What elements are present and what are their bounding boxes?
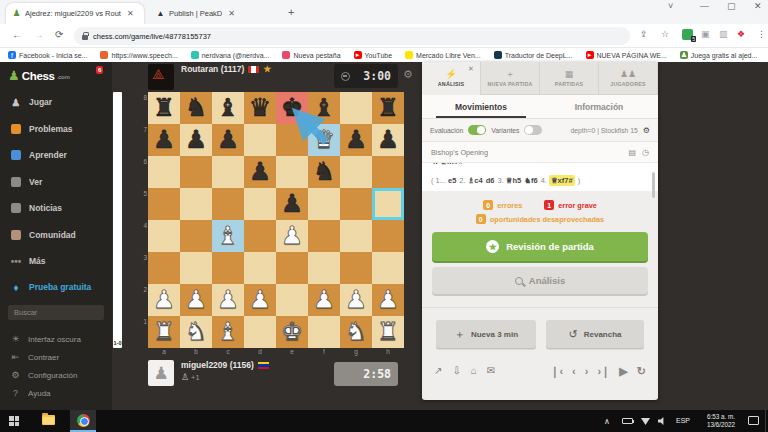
- bookmark-item[interactable]: https://www.speech...: [100, 51, 177, 59]
- close-tab-icon[interactable]: ✕: [127, 9, 134, 18]
- close-panel-icon[interactable]: ✕: [468, 65, 474, 73]
- square-e8[interactable]: ♚: [276, 92, 308, 124]
- square-a4[interactable]: [148, 220, 180, 252]
- square-c6[interactable]: [212, 156, 244, 188]
- square-c4[interactable]: ♝: [212, 220, 244, 252]
- bookmark-favicon: [100, 51, 108, 59]
- diamond-icon: ♦: [10, 281, 22, 293]
- black-pawn[interactable]: ♟: [249, 157, 271, 187]
- white-pawn[interactable]: ♟: [185, 285, 207, 315]
- square-h2[interactable]: ♟: [372, 284, 404, 316]
- square-g4[interactable]: [340, 220, 372, 252]
- stats-row: 0oportunidades desaprovechadas: [422, 214, 658, 224]
- opening-name-row[interactable]: Bishop's Opening ▤ ◷: [422, 142, 658, 163]
- tray-expand-icon[interactable]: ∧: [604, 410, 610, 432]
- wifi-icon[interactable]: [641, 418, 650, 425]
- white-pawn[interactable]: ♟: [313, 285, 335, 315]
- battery-icon[interactable]: [622, 418, 633, 424]
- move[interactable]: ♗c4: [468, 176, 483, 185]
- square-a8[interactable]: ♜: [148, 92, 180, 124]
- sidebar-item-noticias[interactable]: Noticias: [10, 202, 62, 214]
- square-b1[interactable]: ♞: [180, 316, 212, 348]
- black-pawn[interactable]: ♟: [185, 125, 207, 155]
- new-tab-button[interactable]: +: [288, 6, 294, 18]
- news-icon: [10, 202, 22, 214]
- sidebar-item-interfaz-oscura[interactable]: ☀Interfaz oscura: [10, 334, 81, 344]
- sidebar-item-problemas[interactable]: Problemas: [10, 123, 72, 135]
- bookmark-favicon: ▸: [354, 51, 362, 59]
- file-explorer-icon[interactable]: [42, 415, 55, 425]
- white-bishop[interactable]: ♝: [217, 221, 239, 251]
- rank-labels: 87654321: [139, 92, 147, 348]
- rank-label: 5: [139, 188, 147, 220]
- black-rook[interactable]: ♜: [153, 93, 175, 123]
- community-icon: [10, 229, 22, 241]
- square-g5[interactable]: [340, 188, 372, 220]
- hive-extension-icon[interactable]: ❖: [737, 29, 745, 39]
- square-e6[interactable]: [276, 156, 308, 188]
- white-bishop[interactable]: ♝: [217, 317, 239, 347]
- game-result: 1-0: [113, 340, 122, 346]
- chat-icon[interactable]: ✉: [487, 365, 495, 376]
- square-b3[interactable]: [180, 252, 212, 284]
- history-icon[interactable]: ◷: [642, 148, 649, 157]
- square-f3[interactable]: [308, 252, 340, 284]
- game-review-button[interactable]: ★ Revisión de partida: [432, 232, 648, 261]
- chesscom-sidebar: ♟ Chess .com 6 ♟JugarProblemasAprenderVe…: [0, 62, 112, 410]
- tab-icon: ▦: [565, 70, 574, 79]
- white-rook[interactable]: ♜: [153, 317, 175, 347]
- square-d7[interactable]: [244, 124, 276, 156]
- black-pawn[interactable]: ♟: [377, 125, 399, 155]
- square-e4[interactable]: ♟: [276, 220, 308, 252]
- file-label: h: [372, 348, 404, 357]
- new-game-button[interactable]: ＋ Nueva 3 min: [436, 320, 536, 348]
- bookmark-item[interactable]: nerdvana (@nerdva...: [191, 51, 270, 59]
- forward-icon[interactable]: →: [34, 29, 44, 40]
- tab-title: Ajedrez: miguel2209 vs Routaran: [25, 9, 121, 18]
- panel-tab-jugadores[interactable]: ♟♟JUGADORES: [599, 62, 658, 95]
- prev-move-icon[interactable]: ‹: [572, 365, 576, 378]
- canada-flag-icon: [248, 66, 259, 73]
- square-c3[interactable]: [212, 252, 244, 284]
- square-d6[interactable]: ♟: [244, 156, 276, 188]
- book-icon[interactable]: ▤: [628, 148, 636, 157]
- black-pawn[interactable]: ♟: [281, 189, 303, 219]
- square-f7[interactable]: ♛: [308, 124, 340, 156]
- white-rook[interactable]: ♜: [377, 317, 399, 347]
- last-move-icon[interactable]: ›❘: [597, 365, 610, 378]
- square-e7[interactable]: [276, 124, 308, 156]
- white-knight[interactable]: ♞: [185, 317, 207, 347]
- black-bishop[interactable]: ♝: [217, 93, 239, 123]
- white-pawn[interactable]: ♟: [249, 285, 271, 315]
- bookmark-favicon: ♟: [680, 51, 688, 59]
- star-icon: ★: [263, 64, 271, 74]
- square-e5[interactable]: ♟: [276, 188, 308, 220]
- black-knight[interactable]: ♞: [185, 93, 207, 123]
- evaluation-toggle[interactable]: [468, 125, 486, 135]
- white-pawn[interactable]: ♟: [217, 285, 239, 315]
- black-pawn[interactable]: ♟: [217, 125, 239, 155]
- browser-address-bar: ← → ⟳ chess.com/game/live/48778155737 ⇪ …: [0, 24, 768, 48]
- review-star-icon: ★: [486, 240, 499, 253]
- loop-icon[interactable]: ↻: [637, 365, 646, 378]
- avatar[interactable]: [148, 64, 174, 90]
- square-h6[interactable]: [372, 156, 404, 188]
- stats-row: 0errores1error grave: [422, 200, 658, 210]
- subtab-información[interactable]: Información: [540, 95, 658, 118]
- download-icon[interactable]: ⇩: [452, 365, 460, 376]
- panel-tabs: ⚡ANÁLISIS✕＋NUEVA PARTIDA▦PARTIDAS♟♟JUGAD…: [422, 62, 658, 95]
- board-settings-gear-icon[interactable]: ⚙: [403, 68, 413, 81]
- share-page-icon[interactable]: ⇪: [640, 29, 648, 39]
- stat-count-badge: 0: [483, 200, 493, 210]
- square-h7[interactable]: ♟: [372, 124, 404, 156]
- footer-icon: ?: [10, 388, 21, 398]
- bookmark-star-icon[interactable]: ☆: [661, 29, 669, 39]
- move-number[interactable]: ): [578, 176, 581, 185]
- file-label: g: [340, 348, 372, 357]
- rank-label: 7: [139, 124, 147, 156]
- sidebar-item-trial[interactable]: ♦Prueba gratuita: [10, 281, 91, 293]
- square-f5[interactable]: [308, 188, 340, 220]
- square-g2[interactable]: ♟: [340, 284, 372, 316]
- captured-material: ♙ +1: [181, 372, 269, 382]
- move-number[interactable]: 2.: [459, 176, 465, 185]
- square-c5[interactable]: [212, 188, 244, 220]
- engine-toggle-row: Evaluación Variantes depth=0 | Stockfish…: [422, 119, 658, 142]
- profile-chevron-icon[interactable]: ˅: [668, 1, 673, 11]
- square-f1[interactable]: [308, 316, 340, 348]
- square-b5[interactable]: [180, 188, 212, 220]
- bookmark-favicon: [282, 51, 290, 59]
- sidebar-item-ver[interactable]: Ver: [10, 176, 42, 188]
- bookmark-favicon: [494, 51, 502, 59]
- square-b8[interactable]: ♞: [180, 92, 212, 124]
- bottom-player-row: ♟ miguel2209 (1156) ♙ +1: [148, 360, 269, 386]
- move-navigation: ❘‹‹››❘▶↻: [550, 365, 646, 378]
- square-d1[interactable]: [244, 316, 276, 348]
- logo-pawn-icon: ♟: [8, 68, 20, 83]
- tab-title: Publish | PeakD: [169, 9, 222, 18]
- bookmark-favicon: f: [8, 51, 16, 59]
- browser-tab-bar: ♟ Ajedrez: miguel2209 vs Routaran ✕ ▲ Pu…: [0, 0, 768, 24]
- white-pawn[interactable]: ♟: [153, 285, 175, 315]
- square-g7[interactable]: ♟: [340, 124, 372, 156]
- chess-favicon: ♟: [12, 9, 21, 18]
- rematch-button[interactable]: ↺ Revancha: [546, 320, 644, 348]
- square-a1[interactable]: ♜: [148, 316, 180, 348]
- square-a7[interactable]: ♟: [148, 124, 180, 156]
- sidebar-item-comunidad[interactable]: Comunidad: [10, 229, 76, 241]
- opponent-clock: 3:00: [334, 64, 398, 88]
- minimize-button[interactable]: —: [700, 1, 709, 11]
- square-f4[interactable]: [308, 220, 340, 252]
- file-labels: abcdefgh: [148, 348, 404, 357]
- square-a6[interactable]: [148, 156, 180, 188]
- opening-name: Bishop's Opening: [431, 148, 488, 157]
- bookmark-favicon: [405, 51, 413, 59]
- black-queen[interactable]: ♛: [249, 93, 271, 123]
- black-king[interactable]: ♚: [281, 93, 303, 123]
- evaluation-label: Evaluación: [430, 127, 463, 134]
- tab-icon: ♟♟: [620, 70, 636, 79]
- browser-menu-icon[interactable]: ⋮: [757, 29, 766, 39]
- autoplay-icon[interactable]: ▶: [619, 365, 627, 378]
- move[interactable]: d6: [486, 176, 495, 185]
- close-window-button[interactable]: ✕: [754, 1, 762, 11]
- square-h4[interactable]: [372, 220, 404, 252]
- square-c1[interactable]: ♝: [212, 316, 244, 348]
- puzzle-icon: [10, 123, 22, 135]
- square-a5[interactable]: [148, 188, 180, 220]
- square-g3[interactable]: [340, 252, 372, 284]
- square-d8[interactable]: ♛: [244, 92, 276, 124]
- file-label: f: [308, 348, 340, 357]
- sidepanel-icon[interactable]: ▥: [719, 29, 728, 39]
- evaluation-bar: 1-0: [113, 92, 122, 348]
- start-button[interactable]: [9, 416, 19, 426]
- tab-icon: ＋: [506, 70, 515, 79]
- square-a3[interactable]: [148, 252, 180, 284]
- rank-label: 8: [139, 92, 147, 124]
- square-d2[interactable]: ♟: [244, 284, 276, 316]
- bookmarks-bar: fFacebook - Inicia se...https://www.spee…: [0, 48, 768, 62]
- url-bar[interactable]: chess.com/game/live/48778155737: [74, 27, 630, 45]
- club-icon[interactable]: ⌂: [471, 365, 477, 376]
- square-a2[interactable]: ♟: [148, 284, 180, 316]
- file-label: b: [180, 348, 212, 357]
- bookmark-favicon: [191, 51, 199, 59]
- stat-oportunidades-desaprovechadas: 0oportunidades desaprovechadas: [476, 214, 604, 224]
- black-bishop[interactable]: ♝: [313, 93, 335, 123]
- sidebar-item-aprender[interactable]: Aprender: [10, 149, 67, 161]
- plus-icon: ＋: [454, 327, 465, 342]
- square-b2[interactable]: ♟: [180, 284, 212, 316]
- timer-icon: [341, 72, 350, 81]
- square-h1[interactable]: ♜: [372, 316, 404, 348]
- system-clock[interactable]: 6:53 a. m. 13/6/2022: [700, 413, 742, 429]
- square-g8[interactable]: [340, 92, 372, 124]
- tab-chess-game[interactable]: ♟ Ajedrez: miguel2209 vs Routaran ✕: [6, 3, 144, 24]
- white-pawn[interactable]: ♟: [281, 221, 303, 251]
- rank-label: 2: [139, 284, 147, 316]
- avatar[interactable]: ♟: [148, 360, 174, 386]
- square-d4[interactable]: [244, 220, 276, 252]
- rank-label: 6: [139, 156, 147, 188]
- rank-label: 1: [139, 316, 147, 348]
- peakd-favicon: ▲: [156, 9, 165, 18]
- windows-taskbar: ∧ ESP 6:53 a. m. 13/6/2022: [0, 410, 768, 432]
- magnifier-icon: [515, 277, 523, 285]
- top-player-row: Routaran (1117) ★: [148, 64, 271, 90]
- player-name[interactable]: miguel2209 (1156): [181, 360, 269, 370]
- panel-tab-análisis[interactable]: ⚡ANÁLISIS✕: [422, 62, 481, 95]
- move[interactable]: ♕xf7#: [549, 175, 575, 186]
- square-g1[interactable]: ♞: [340, 316, 372, 348]
- rematch-icon: ↺: [568, 328, 577, 341]
- search-input[interactable]: Buscar: [8, 305, 104, 320]
- sidebar-item-configuración[interactable]: ⚙Configuración: [10, 370, 77, 380]
- bookmark-favicon: ▸: [586, 51, 594, 59]
- stat-count-badge: 0: [476, 214, 486, 224]
- reload-icon[interactable]: ⟳: [55, 29, 63, 40]
- player-clock: 2:58: [334, 362, 398, 386]
- more-icon: •••: [10, 255, 22, 267]
- panel-tab-partidas[interactable]: ▦PARTIDAS: [540, 62, 599, 95]
- venezuela-flag-icon: [258, 362, 269, 369]
- square-e2[interactable]: [276, 284, 308, 316]
- square-f6[interactable]: ♞: [308, 156, 340, 188]
- stat-error-grave: 1error grave: [544, 200, 597, 210]
- square-d5[interactable]: [244, 188, 276, 220]
- engine-depth-text: depth=0 | Stockfish 15: [571, 127, 638, 134]
- clipped-move-row: 4. ♕xf7#: [422, 163, 658, 170]
- language-indicator[interactable]: ESP: [676, 417, 690, 424]
- white-pawn[interactable]: ♟: [345, 285, 367, 315]
- chrome-taskbar-icon[interactable]: [70, 410, 96, 432]
- analysis-panel: ⚡ANÁLISIS✕＋NUEVA PARTIDA▦PARTIDAS♟♟JUGAD…: [422, 62, 658, 400]
- move-number[interactable]: 3.: [497, 176, 503, 185]
- sidebar-item-más[interactable]: •••Más: [10, 255, 46, 267]
- bookmark-item[interactable]: ▸YouTube: [354, 51, 393, 59]
- bookmark-item[interactable]: ▸NUEVA PÁGINA WE...: [586, 51, 667, 59]
- square-e1[interactable]: ♚: [276, 316, 308, 348]
- scrollbar[interactable]: [652, 172, 655, 198]
- chess-board[interactable]: ♜♞♝♛♚♝♜♟♟♟♛♟♟♟♞♟♝♟♟♟♟♟♟♟♟♜♞♝♚♞♜: [148, 92, 404, 348]
- white-queen[interactable]: ♛: [313, 125, 335, 155]
- file-label: c: [212, 348, 244, 357]
- file-label: e: [276, 348, 308, 357]
- square-g6[interactable]: [340, 156, 372, 188]
- watch-icon: [10, 176, 22, 188]
- subtab-movimientos[interactable]: Movimientos: [422, 95, 540, 118]
- square-b6[interactable]: [180, 156, 212, 188]
- file-label: a: [148, 348, 180, 357]
- speaker-icon[interactable]: [658, 417, 667, 425]
- first-move-icon[interactable]: ❘‹: [550, 365, 563, 378]
- back-icon[interactable]: ←: [12, 29, 22, 40]
- rank-label: 3: [139, 252, 147, 284]
- sidebar-item-jugar[interactable]: ♟Jugar: [10, 96, 52, 108]
- notification-badge: 6: [96, 66, 103, 74]
- white-knight[interactable]: ♞: [345, 317, 367, 347]
- sidebar-item-contraer[interactable]: ⇤Contraer: [10, 352, 59, 362]
- pawn-icon: ♟: [10, 96, 22, 108]
- footer-icon: ⚙: [10, 370, 21, 380]
- bookmark-item[interactable]: ♟Juega gratis al ajed...: [680, 51, 758, 59]
- move-number[interactable]: ( 1...: [431, 176, 446, 185]
- square-f2[interactable]: ♟: [308, 284, 340, 316]
- white-king[interactable]: ♚: [281, 317, 303, 347]
- move[interactable]: e5: [448, 176, 456, 185]
- black-pawn[interactable]: ♟: [153, 125, 175, 155]
- tab-icon: ⚡: [445, 70, 456, 79]
- footer-icon: ☀: [10, 334, 21, 344]
- square-c8[interactable]: ♝: [212, 92, 244, 124]
- url-text: chess.com/game/live/48778155737: [93, 32, 211, 41]
- adblock-extension-icon[interactable]: 5: [682, 29, 693, 40]
- panel-tab-nueva-partida[interactable]: ＋NUEVA PARTIDA: [481, 62, 540, 95]
- chesscom-logo[interactable]: ♟ Chess .com: [8, 68, 70, 83]
- square-f8[interactable]: ♝: [308, 92, 340, 124]
- screen: ♟ Ajedrez: miguel2209 vs Routaran ✕ ▲ Pu…: [0, 0, 768, 432]
- notification-center-icon[interactable]: [748, 416, 759, 425]
- square-h5[interactable]: [372, 188, 404, 220]
- move-number[interactable]: 4.: [541, 176, 547, 185]
- stat-count-badge: 1: [544, 200, 554, 210]
- player-name[interactable]: Routaran (1117) ★: [181, 64, 271, 74]
- black-knight[interactable]: ♞: [313, 157, 335, 187]
- bookmark-item[interactable]: Nueva pestaña: [282, 51, 340, 59]
- square-b7[interactable]: ♟: [180, 124, 212, 156]
- square-h8[interactable]: ♜: [372, 92, 404, 124]
- black-pawn[interactable]: ♟: [345, 125, 367, 155]
- footer-icon: ⇤: [10, 352, 21, 362]
- file-label: d: [244, 348, 276, 357]
- move[interactable]: ♕h5: [506, 176, 521, 185]
- engine-settings-gear-icon[interactable]: ⚙: [643, 126, 650, 135]
- square-e3[interactable]: [276, 252, 308, 284]
- next-move-icon[interactable]: ›: [585, 365, 589, 378]
- tab-peakd[interactable]: ▲ Publish | PeakD ✕: [150, 3, 280, 24]
- square-h3[interactable]: [372, 252, 404, 284]
- bookmark-item[interactable]: fFacebook - Inicia se...: [8, 51, 87, 59]
- bookmark-item[interactable]: Mercado Libre Ven...: [405, 51, 481, 59]
- sidebar-item-ayuda[interactable]: ?Ayuda: [10, 388, 51, 398]
- close-tab-icon[interactable]: ✕: [228, 9, 235, 18]
- captured-pawn-icon: ♙: [181, 372, 189, 382]
- share-icon[interactable]: ↗: [434, 365, 442, 376]
- lock-icon: [82, 35, 88, 40]
- square-c7[interactable]: ♟: [212, 124, 244, 156]
- extensions-puzzle-icon[interactable]: ▣: [701, 29, 710, 39]
- variants-toggle[interactable]: [524, 125, 542, 135]
- panel-subtabs: MovimientosInformación: [422, 95, 658, 119]
- opening-icons: ▤ ◷: [628, 148, 649, 157]
- divider: [422, 307, 658, 308]
- square-d3[interactable]: [244, 252, 276, 284]
- analysis-button[interactable]: Análisis: [432, 267, 648, 294]
- square-b4[interactable]: [180, 220, 212, 252]
- bookmark-item[interactable]: Traductor de DeepL...: [494, 51, 573, 59]
- rank-label: 4: [139, 220, 147, 252]
- black-rook[interactable]: ♜: [377, 93, 399, 123]
- move-list[interactable]: ( 1...e52.♗c4d63.♕h5♞f64.♕xf7#): [422, 170, 658, 191]
- maximize-button[interactable]: ▢: [727, 1, 736, 11]
- lessons-icon: [10, 149, 22, 161]
- white-pawn[interactable]: ♟: [377, 285, 399, 315]
- move[interactable]: ♞f6: [524, 176, 537, 185]
- variants-label: Variantes: [491, 127, 519, 134]
- square-c2[interactable]: ♟: [212, 284, 244, 316]
- stat-errores: 0errores: [483, 200, 522, 210]
- game-action-icons: ↗⇩⌂✉: [434, 365, 495, 376]
